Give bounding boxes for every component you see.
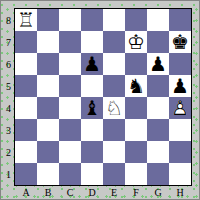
white-king[interactable]: ♔ xyxy=(125,31,147,53)
square-c4[interactable] xyxy=(59,97,81,119)
white-knight-fill: ♞ xyxy=(103,97,125,119)
rank-label-5: 5 xyxy=(1,75,13,97)
square-c5[interactable] xyxy=(59,75,81,97)
square-h1[interactable] xyxy=(169,163,191,185)
square-f4[interactable] xyxy=(125,97,147,119)
black-pawn[interactable]: ♟ xyxy=(169,75,191,97)
square-b7[interactable] xyxy=(37,31,59,53)
square-e2[interactable] xyxy=(103,141,125,163)
square-h3[interactable] xyxy=(169,119,191,141)
square-d8[interactable] xyxy=(81,9,103,31)
rank-label-1: 1 xyxy=(1,163,13,185)
file-label-g: G xyxy=(147,185,169,199)
square-c6[interactable] xyxy=(59,53,81,75)
square-a4[interactable] xyxy=(15,97,37,119)
square-d6[interactable]: ♟ xyxy=(81,53,103,75)
square-a8[interactable]: ♜♖ xyxy=(15,9,37,31)
file-label-d: D xyxy=(81,185,103,199)
square-b1[interactable] xyxy=(37,163,59,185)
square-e6[interactable] xyxy=(103,53,125,75)
black-pawn[interactable]: ♟ xyxy=(81,53,103,75)
rank-label-2: 2 xyxy=(1,141,13,163)
square-a3[interactable] xyxy=(15,119,37,141)
square-c1[interactable] xyxy=(59,163,81,185)
file-label-a: A xyxy=(15,185,37,199)
square-d1[interactable] xyxy=(81,163,103,185)
square-g4[interactable] xyxy=(147,97,169,119)
white-rook[interactable]: ♖ xyxy=(15,9,37,31)
square-g6[interactable]: ♟ xyxy=(147,53,169,75)
square-g8[interactable] xyxy=(147,9,169,31)
square-c3[interactable] xyxy=(59,119,81,141)
square-d2[interactable] xyxy=(81,141,103,163)
file-labels: ABCDEFGH xyxy=(15,185,191,199)
chess-board[interactable]: ♜♖♚♔♚♟♟♞♟♝♞♘♟♙ xyxy=(14,8,192,186)
square-a6[interactable] xyxy=(15,53,37,75)
square-c2[interactable] xyxy=(59,141,81,163)
square-h8[interactable] xyxy=(169,9,191,31)
square-e1[interactable] xyxy=(103,163,125,185)
square-b3[interactable] xyxy=(37,119,59,141)
square-a2[interactable] xyxy=(15,141,37,163)
square-h7[interactable]: ♚ xyxy=(169,31,191,53)
rank-label-6: 6 xyxy=(1,53,13,75)
square-g3[interactable] xyxy=(147,119,169,141)
white-king-fill: ♚ xyxy=(125,31,147,53)
black-pawn[interactable]: ♟ xyxy=(147,53,169,75)
white-knight[interactable]: ♘ xyxy=(103,97,125,119)
black-bishop[interactable]: ♝ xyxy=(81,97,103,119)
file-label-h: H xyxy=(169,185,191,199)
file-label-f: F xyxy=(125,185,147,199)
square-c8[interactable] xyxy=(59,9,81,31)
rank-labels: 87654321 xyxy=(1,9,13,185)
square-f5[interactable]: ♞ xyxy=(125,75,147,97)
black-king[interactable]: ♚ xyxy=(169,31,191,53)
square-h2[interactable] xyxy=(169,141,191,163)
chess-diagram-frame: 87654321 ♜♖♚♔♚♟♟♞♟♝♞♘♟♙ ABCDEFGH xyxy=(0,0,200,200)
square-f8[interactable] xyxy=(125,9,147,31)
square-b2[interactable] xyxy=(37,141,59,163)
square-f7[interactable]: ♚♔ xyxy=(125,31,147,53)
square-h4[interactable]: ♟♙ xyxy=(169,97,191,119)
square-b8[interactable] xyxy=(37,9,59,31)
square-a5[interactable] xyxy=(15,75,37,97)
rank-label-4: 4 xyxy=(1,97,13,119)
square-g1[interactable] xyxy=(147,163,169,185)
square-h5[interactable]: ♟ xyxy=(169,75,191,97)
white-pawn-fill: ♟ xyxy=(169,97,191,119)
square-d7[interactable] xyxy=(81,31,103,53)
square-h6[interactable] xyxy=(169,53,191,75)
square-e4[interactable]: ♞♘ xyxy=(103,97,125,119)
black-knight[interactable]: ♞ xyxy=(125,75,147,97)
square-c7[interactable] xyxy=(59,31,81,53)
square-f3[interactable] xyxy=(125,119,147,141)
square-e8[interactable] xyxy=(103,9,125,31)
square-g5[interactable] xyxy=(147,75,169,97)
rank-label-3: 3 xyxy=(1,119,13,141)
file-label-e: E xyxy=(103,185,125,199)
square-d4[interactable]: ♝ xyxy=(81,97,103,119)
square-e3[interactable] xyxy=(103,119,125,141)
square-b5[interactable] xyxy=(37,75,59,97)
square-e5[interactable] xyxy=(103,75,125,97)
square-e7[interactable] xyxy=(103,31,125,53)
square-a1[interactable] xyxy=(15,163,37,185)
square-a7[interactable] xyxy=(15,31,37,53)
file-label-b: B xyxy=(37,185,59,199)
square-f2[interactable] xyxy=(125,141,147,163)
white-pawn[interactable]: ♙ xyxy=(169,97,191,119)
rank-label-8: 8 xyxy=(1,9,13,31)
square-d5[interactable] xyxy=(81,75,103,97)
square-g7[interactable] xyxy=(147,31,169,53)
square-d3[interactable] xyxy=(81,119,103,141)
square-f6[interactable] xyxy=(125,53,147,75)
square-b6[interactable] xyxy=(37,53,59,75)
square-b4[interactable] xyxy=(37,97,59,119)
rank-label-7: 7 xyxy=(1,31,13,53)
white-rook-fill: ♜ xyxy=(15,9,37,31)
square-f1[interactable] xyxy=(125,163,147,185)
file-label-c: C xyxy=(59,185,81,199)
square-g2[interactable] xyxy=(147,141,169,163)
